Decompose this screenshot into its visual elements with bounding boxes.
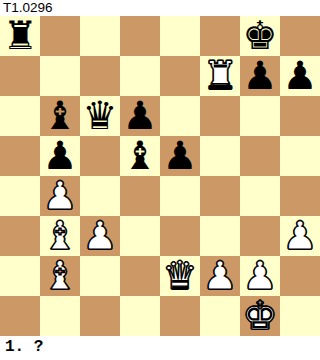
square-g8[interactable]: ♚ — [240, 16, 280, 56]
white-bishop-piece[interactable]: ♝ — [43, 216, 78, 256]
square-g6[interactable] — [240, 96, 280, 136]
square-f5[interactable] — [200, 136, 240, 176]
square-a1[interactable] — [0, 296, 40, 336]
white-pawn-piece[interactable]: ♟ — [43, 176, 78, 216]
square-d2[interactable] — [120, 256, 160, 296]
square-a8[interactable]: ♜ — [0, 16, 40, 56]
square-c4[interactable] — [80, 176, 120, 216]
square-d6[interactable]: ♟ — [120, 96, 160, 136]
square-b7[interactable] — [40, 56, 80, 96]
black-pawn-piece[interactable]: ♟ — [283, 56, 318, 96]
square-d1[interactable] — [120, 296, 160, 336]
white-queen-piece[interactable]: ♛ — [163, 256, 198, 296]
square-h7[interactable]: ♟ — [280, 56, 320, 96]
square-d4[interactable] — [120, 176, 160, 216]
square-c3[interactable]: ♟ — [80, 216, 120, 256]
square-b8[interactable] — [40, 16, 80, 56]
square-e4[interactable] — [160, 176, 200, 216]
square-h5[interactable] — [280, 136, 320, 176]
square-h3[interactable]: ♟ — [280, 216, 320, 256]
square-a4[interactable] — [0, 176, 40, 216]
white-pawn-piece[interactable]: ♟ — [243, 256, 278, 296]
square-b1[interactable] — [40, 296, 80, 336]
square-f8[interactable] — [200, 16, 240, 56]
square-f4[interactable] — [200, 176, 240, 216]
square-b4[interactable]: ♟ — [40, 176, 80, 216]
square-c1[interactable] — [80, 296, 120, 336]
black-pawn-piece[interactable]: ♟ — [243, 56, 278, 96]
square-d5[interactable]: ♝ — [120, 136, 160, 176]
move-prompt: 1. ? — [5, 338, 43, 358]
black-rook-piece[interactable]: ♜ — [3, 16, 38, 56]
square-h8[interactable] — [280, 16, 320, 56]
square-d3[interactable] — [120, 216, 160, 256]
black-pawn-piece[interactable]: ♟ — [43, 136, 78, 176]
square-c8[interactable] — [80, 16, 120, 56]
white-pawn-piece[interactable]: ♟ — [283, 216, 318, 256]
square-g1[interactable]: ♚ — [240, 296, 280, 336]
square-g4[interactable] — [240, 176, 280, 216]
square-h2[interactable] — [280, 256, 320, 296]
square-b6[interactable]: ♝ — [40, 96, 80, 136]
square-e6[interactable] — [160, 96, 200, 136]
square-a6[interactable] — [0, 96, 40, 136]
square-b5[interactable]: ♟ — [40, 136, 80, 176]
square-e5[interactable]: ♟ — [160, 136, 200, 176]
black-pawn-piece[interactable]: ♟ — [163, 136, 198, 176]
square-c2[interactable] — [80, 256, 120, 296]
square-h1[interactable] — [280, 296, 320, 336]
square-a3[interactable] — [0, 216, 40, 256]
square-e8[interactable] — [160, 16, 200, 56]
white-king-piece[interactable]: ♚ — [243, 296, 278, 336]
white-pawn-piece[interactable]: ♟ — [203, 256, 238, 296]
square-b3[interactable]: ♝ — [40, 216, 80, 256]
square-a5[interactable] — [0, 136, 40, 176]
black-pawn-piece[interactable]: ♟ — [123, 96, 158, 136]
square-e7[interactable] — [160, 56, 200, 96]
white-pawn-piece[interactable]: ♟ — [83, 216, 118, 256]
chess-board: ♜♚♜♟♟♝♛♟♟♝♟♟♝♟♟♝♛♟♟♚ — [0, 16, 320, 336]
square-g3[interactable] — [240, 216, 280, 256]
black-queen-piece[interactable]: ♛ — [83, 96, 118, 136]
square-e2[interactable]: ♛ — [160, 256, 200, 296]
square-c7[interactable] — [80, 56, 120, 96]
black-bishop-piece[interactable]: ♝ — [123, 136, 158, 176]
square-a2[interactable] — [0, 256, 40, 296]
square-g5[interactable] — [240, 136, 280, 176]
square-e1[interactable] — [160, 296, 200, 336]
square-c5[interactable] — [80, 136, 120, 176]
square-g7[interactable]: ♟ — [240, 56, 280, 96]
black-bishop-piece[interactable]: ♝ — [43, 96, 78, 136]
square-f3[interactable] — [200, 216, 240, 256]
square-a7[interactable] — [0, 56, 40, 96]
white-bishop-piece[interactable]: ♝ — [43, 256, 78, 296]
square-g2[interactable]: ♟ — [240, 256, 280, 296]
square-h4[interactable] — [280, 176, 320, 216]
square-d8[interactable] — [120, 16, 160, 56]
square-e3[interactable] — [160, 216, 200, 256]
square-f1[interactable] — [200, 296, 240, 336]
square-c6[interactable]: ♛ — [80, 96, 120, 136]
square-h6[interactable] — [280, 96, 320, 136]
square-f6[interactable] — [200, 96, 240, 136]
square-d7[interactable] — [120, 56, 160, 96]
black-king-piece[interactable]: ♚ — [243, 16, 278, 56]
square-f2[interactable]: ♟ — [200, 256, 240, 296]
white-rook-piece[interactable]: ♜ — [203, 56, 238, 96]
square-f7[interactable]: ♜ — [200, 56, 240, 96]
square-b2[interactable]: ♝ — [40, 256, 80, 296]
